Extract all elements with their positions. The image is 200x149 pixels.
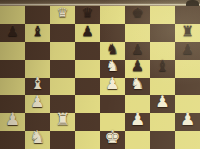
square-h7[interactable]: ♜ [175, 24, 200, 42]
square-d5[interactable] [75, 60, 100, 78]
white-pawn-g3: ♟ [155, 94, 169, 110]
square-f6[interactable]: ♟ [125, 42, 150, 60]
square-g4[interactable] [150, 78, 175, 96]
square-g6[interactable] [150, 42, 175, 60]
square-f7[interactable] [125, 24, 150, 42]
square-e3[interactable] [100, 95, 125, 113]
square-a3[interactable] [0, 95, 25, 113]
square-c4[interactable] [50, 78, 75, 96]
chessboard-photo: ♛♛♚♟♝♟♜♞♟♟♞♟♝♝♟♞♟♟♟♜♟♟♞♚ [0, 0, 200, 149]
square-c5[interactable] [50, 60, 75, 78]
square-h4[interactable] [175, 78, 200, 96]
black-queen-d8: ♛ [82, 6, 94, 19]
square-b3[interactable]: ♟ [25, 95, 50, 113]
square-d8[interactable]: ♛ [75, 6, 100, 24]
square-a4[interactable] [0, 78, 25, 96]
square-f1[interactable] [125, 131, 150, 149]
square-f3[interactable] [125, 95, 150, 113]
black-pawn-f5: ♟ [131, 59, 144, 74]
white-knight-f4: ♞ [130, 76, 144, 92]
square-b7[interactable]: ♝ [25, 24, 50, 42]
square-d7[interactable]: ♟ [75, 24, 100, 42]
black-pawn-d7: ♟ [81, 24, 94, 38]
square-b6[interactable] [25, 42, 50, 60]
square-e6[interactable]: ♞ [100, 42, 125, 60]
square-a5[interactable] [0, 60, 25, 78]
square-f8[interactable]: ♚ [125, 6, 150, 24]
square-e1[interactable]: ♚ [100, 131, 125, 149]
black-knight-e6: ♞ [106, 42, 119, 56]
square-a8[interactable] [0, 6, 25, 24]
square-g2[interactable] [150, 113, 175, 131]
square-d6[interactable] [75, 42, 100, 60]
square-b8[interactable] [25, 6, 50, 24]
black-king-f8: ♚ [132, 6, 144, 19]
square-g8[interactable] [150, 6, 175, 24]
white-pawn-h2: ♟ [180, 111, 195, 128]
square-h5[interactable] [175, 60, 200, 78]
black-bishop-g5: ♝ [156, 59, 169, 74]
square-e2[interactable] [100, 113, 125, 131]
square-c6[interactable] [50, 42, 75, 60]
black-pawn-h6: ♟ [181, 42, 194, 56]
black-rook-h7: ♜ [181, 24, 194, 38]
square-c8[interactable]: ♛ [50, 6, 75, 24]
square-b2[interactable] [25, 113, 50, 131]
black-pawn-a7: ♟ [6, 24, 19, 38]
white-pawn-b3: ♟ [30, 94, 44, 110]
square-d1[interactable] [75, 131, 100, 149]
square-a6[interactable] [0, 42, 25, 60]
chess-board: ♛♛♚♟♝♟♜♞♟♟♞♟♝♝♟♞♟♟♟♜♟♟♞♚ [0, 6, 200, 149]
white-knight-b1: ♞ [29, 128, 45, 146]
square-f5[interactable]: ♟ [125, 60, 150, 78]
square-e8[interactable] [100, 6, 125, 24]
square-g1[interactable] [150, 131, 175, 149]
square-e4[interactable]: ♟ [100, 78, 125, 96]
white-rook-c2: ♜ [55, 111, 70, 128]
square-c7[interactable] [50, 24, 75, 42]
square-f4[interactable]: ♞ [125, 78, 150, 96]
square-d2[interactable] [75, 113, 100, 131]
square-h3[interactable] [175, 95, 200, 113]
square-f2[interactable]: ♟ [125, 113, 150, 131]
square-h2[interactable]: ♟ [175, 113, 200, 131]
square-a7[interactable]: ♟ [0, 24, 25, 42]
square-d4[interactable] [75, 78, 100, 96]
square-g5[interactable]: ♝ [150, 60, 175, 78]
square-b1[interactable]: ♞ [25, 131, 50, 149]
white-queen-c8: ♛ [57, 6, 69, 19]
square-a1[interactable] [0, 131, 25, 149]
square-c3[interactable] [50, 95, 75, 113]
white-pawn-e4: ♟ [105, 76, 119, 92]
square-e5[interactable]: ♞ [100, 60, 125, 78]
square-g7[interactable] [150, 24, 175, 42]
square-c1[interactable] [50, 131, 75, 149]
white-pawn-f2: ♟ [130, 111, 145, 128]
black-bishop-b7: ♝ [31, 24, 44, 38]
square-b4[interactable]: ♝ [25, 78, 50, 96]
square-a2[interactable]: ♟ [0, 113, 25, 131]
white-pawn-a2: ♟ [5, 111, 20, 128]
square-h6[interactable]: ♟ [175, 42, 200, 60]
square-e7[interactable] [100, 24, 125, 42]
square-h1[interactable] [175, 131, 200, 149]
square-h8[interactable] [175, 6, 200, 24]
square-b5[interactable] [25, 60, 50, 78]
square-c2[interactable]: ♜ [50, 113, 75, 131]
white-bishop-b4: ♝ [30, 76, 44, 92]
square-g3[interactable]: ♟ [150, 95, 175, 113]
white-king-e1: ♚ [104, 128, 120, 146]
black-pawn-f6: ♟ [131, 42, 144, 56]
square-d3[interactable] [75, 95, 100, 113]
white-knight-e5: ♞ [106, 59, 119, 74]
